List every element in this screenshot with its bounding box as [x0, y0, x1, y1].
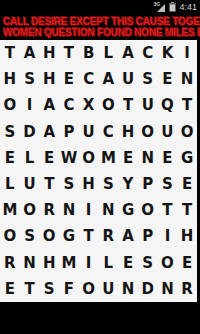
- grid-cell-r8c8[interactable]: P: [138, 223, 158, 249]
- grid-cell-r4c5[interactable]: U: [79, 119, 99, 145]
- grid-cell-r2c10[interactable]: N: [177, 66, 197, 92]
- grid-cell-r7c10[interactable]: T: [177, 197, 197, 223]
- grid-cell-r9c3[interactable]: H: [39, 250, 59, 276]
- grid-cell-r9c2[interactable]: N: [20, 250, 40, 276]
- grid-cell-r7c7[interactable]: G: [118, 197, 138, 223]
- grid-cell-r10c10[interactable]: R: [177, 276, 197, 302]
- grid-cell-r3c5[interactable]: X: [79, 92, 99, 118]
- word-search-app: { "game": "word-search", "position": "TA…: [0, 0, 200, 334]
- grid-cell-r2c1[interactable]: H: [0, 66, 20, 92]
- word-list-line-1: CALL DESIRE EXCEPT THIS CAUSE TOGETHER: [3, 16, 200, 27]
- grid-cell-r3c9[interactable]: Q: [158, 92, 178, 118]
- signal-strength-triangle-icon: [157, 4, 165, 12]
- grid-cell-r6c2[interactable]: U: [20, 171, 40, 197]
- grid-cell-r7c3[interactable]: R: [39, 197, 59, 223]
- grid-cell-r3c6[interactable]: O: [99, 92, 119, 118]
- grid-cell-r6c1[interactable]: L: [0, 171, 20, 197]
- grid-cell-r4c10[interactable]: O: [177, 119, 197, 145]
- grid-cell-r3c7[interactable]: T: [118, 92, 138, 118]
- grid-cell-r5c7[interactable]: E: [118, 145, 138, 171]
- grid-cell-r5c1[interactable]: E: [0, 145, 20, 171]
- grid-cell-r8c6[interactable]: R: [99, 223, 119, 249]
- grid-cell-r6c6[interactable]: S: [99, 171, 119, 197]
- grid-cell-r8c3[interactable]: O: [39, 223, 59, 249]
- grid-cell-r9c4[interactable]: M: [59, 250, 79, 276]
- grid-cell-r9c7[interactable]: E: [118, 250, 138, 276]
- grid-cell-r5c6[interactable]: M: [99, 145, 119, 171]
- grid-cell-r5c9[interactable]: E: [158, 145, 178, 171]
- grid-cell-r1c10[interactable]: I: [177, 40, 197, 66]
- grid-cell-r10c4[interactable]: F: [59, 276, 79, 302]
- grid-cell-r10c3[interactable]: S: [39, 276, 59, 302]
- letter-grid[interactable]: TAHTBLACKIHSHECAUSENOIACXOTUQTSDAPUCHOUO…: [0, 40, 197, 302]
- grid-cell-r8c5[interactable]: T: [79, 223, 99, 249]
- grid-cell-r7c2[interactable]: O: [20, 197, 40, 223]
- grid-cell-r7c6[interactable]: N: [99, 197, 119, 223]
- grid-cell-r6c3[interactable]: T: [39, 171, 59, 197]
- grid-cell-r10c1[interactable]: E: [0, 276, 20, 302]
- grid-cell-r7c1[interactable]: M: [0, 197, 20, 223]
- status-bar: 3G 4:41: [0, 0, 200, 14]
- grid-cell-r8c7[interactable]: A: [118, 223, 138, 249]
- grid-cell-r1c3[interactable]: H: [39, 40, 59, 66]
- grid-cell-r6c10[interactable]: E: [177, 171, 197, 197]
- grid-cell-r10c6[interactable]: U: [99, 276, 119, 302]
- grid-cell-r2c2[interactable]: S: [20, 66, 40, 92]
- word-list-line-2: WOMEN QUESTION FOUND NONE MILES BLACK: [3, 27, 200, 38]
- grid-cell-r8c9[interactable]: I: [158, 223, 178, 249]
- grid-cell-r6c8[interactable]: P: [138, 171, 158, 197]
- grid-cell-r1c8[interactable]: C: [138, 40, 158, 66]
- grid-cell-r4c4[interactable]: P: [59, 119, 79, 145]
- grid-cell-r10c9[interactable]: N: [158, 276, 178, 302]
- grid-cell-r2c8[interactable]: S: [138, 66, 158, 92]
- grid-cell-r3c1[interactable]: O: [0, 92, 20, 118]
- grid-cell-r3c10[interactable]: T: [177, 92, 197, 118]
- grid-cell-r2c7[interactable]: U: [118, 66, 138, 92]
- grid-cell-r5c10[interactable]: G: [177, 145, 197, 171]
- grid-cell-r4c1[interactable]: S: [0, 119, 20, 145]
- grid-cell-r9c10[interactable]: E: [177, 250, 197, 276]
- grid-cell-r1c6[interactable]: L: [99, 40, 119, 66]
- grid-cell-r5c3[interactable]: E: [39, 145, 59, 171]
- grid-cell-r3c4[interactable]: C: [59, 92, 79, 118]
- grid-cell-r4c2[interactable]: D: [20, 119, 40, 145]
- grid-cell-r6c4[interactable]: S: [59, 171, 79, 197]
- grid-cell-r9c9[interactable]: O: [158, 250, 178, 276]
- grid-cell-r8c1[interactable]: O: [0, 223, 20, 249]
- grid-cell-r7c5[interactable]: I: [79, 197, 99, 223]
- grid-cell-r10c7[interactable]: N: [118, 276, 138, 302]
- grid-cell-r2c6[interactable]: A: [99, 66, 119, 92]
- grid-cell-r3c3[interactable]: A: [39, 92, 59, 118]
- grid-cell-r9c6[interactable]: L: [99, 250, 119, 276]
- grid-cell-r10c2[interactable]: T: [20, 276, 40, 302]
- grid-cell-r9c5[interactable]: I: [79, 250, 99, 276]
- grid-cell-r5c2[interactable]: L: [20, 145, 40, 171]
- grid-cell-r1c5[interactable]: B: [79, 40, 99, 66]
- grid-cell-r7c9[interactable]: T: [158, 197, 178, 223]
- grid-cell-r1c1[interactable]: T: [0, 40, 20, 66]
- grid-cell-r8c2[interactable]: S: [20, 223, 40, 249]
- grid-cell-r4c9[interactable]: U: [158, 119, 178, 145]
- grid-cell-r2c9[interactable]: E: [158, 66, 178, 92]
- grid-cell-r10c5[interactable]: O: [79, 276, 99, 302]
- grid-cell-r6c5[interactable]: H: [79, 171, 99, 197]
- grid-cell-r2c5[interactable]: C: [79, 66, 99, 92]
- grid-cell-r7c4[interactable]: N: [59, 197, 79, 223]
- grid-cell-r1c9[interactable]: K: [158, 40, 178, 66]
- grid-cell-r9c8[interactable]: S: [138, 250, 158, 276]
- battery-icon: [169, 2, 176, 12]
- clock-time: 4:41: [179, 0, 197, 14]
- grid-cell-r2c3[interactable]: H: [39, 66, 59, 92]
- grid-cell-r9c1[interactable]: R: [0, 250, 20, 276]
- grid-cell-r5c8[interactable]: N: [138, 145, 158, 171]
- grid-cell-r3c8[interactable]: U: [138, 92, 158, 118]
- grid-cell-r3c2[interactable]: I: [20, 92, 40, 118]
- grid-cell-r8c4[interactable]: G: [59, 223, 79, 249]
- grid-cell-r2c4[interactable]: E: [59, 66, 79, 92]
- grid-cell-r5c5[interactable]: O: [79, 145, 99, 171]
- grid-cell-r7c8[interactable]: O: [138, 197, 158, 223]
- grid-cell-r4c3[interactable]: A: [39, 119, 59, 145]
- grid-cell-r1c4[interactable]: T: [59, 40, 79, 66]
- grid-cell-r6c7[interactable]: Y: [118, 171, 138, 197]
- grid-cell-r1c7[interactable]: A: [118, 40, 138, 66]
- grid-cell-r5c4[interactable]: W: [59, 145, 79, 171]
- grid-cell-r4c8[interactable]: O: [138, 119, 158, 145]
- cell-signal-3g-icon: 3G: [153, 2, 166, 12]
- grid-cell-r8c10[interactable]: H: [177, 223, 197, 249]
- word-list-header: CALL DESIRE EXCEPT THIS CAUSE TOGETHER W…: [0, 14, 200, 40]
- grid-cell-r6c9[interactable]: S: [158, 171, 178, 197]
- grid-cell-r10c8[interactable]: D: [138, 276, 158, 302]
- grid-cell-r4c7[interactable]: H: [118, 119, 138, 145]
- grid-cell-r4c6[interactable]: C: [99, 119, 119, 145]
- grid-cell-r1c2[interactable]: A: [20, 40, 40, 66]
